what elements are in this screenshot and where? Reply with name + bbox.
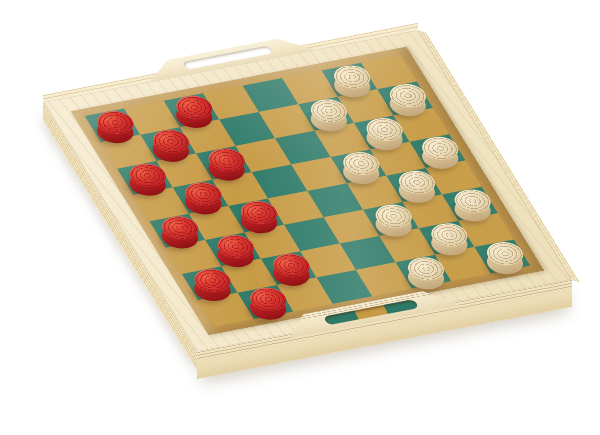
checkerboard-print: ⛂⛂⛀⛂⛀⛀⛂⛂⛀⛂⛀⛀⛂⛂⛀⛂⛀⛀⛂⛂⛀⛂⛀⛀ (71, 47, 544, 335)
product-photo-stage: ⛂⛂⛀⛂⛀⛀⛂⛂⛀⛂⛀⛀⛂⛂⛀⛂⛀⛀⛂⛂⛀⛂⛀⛀ (0, 0, 600, 435)
handle-slot-top (182, 45, 274, 70)
